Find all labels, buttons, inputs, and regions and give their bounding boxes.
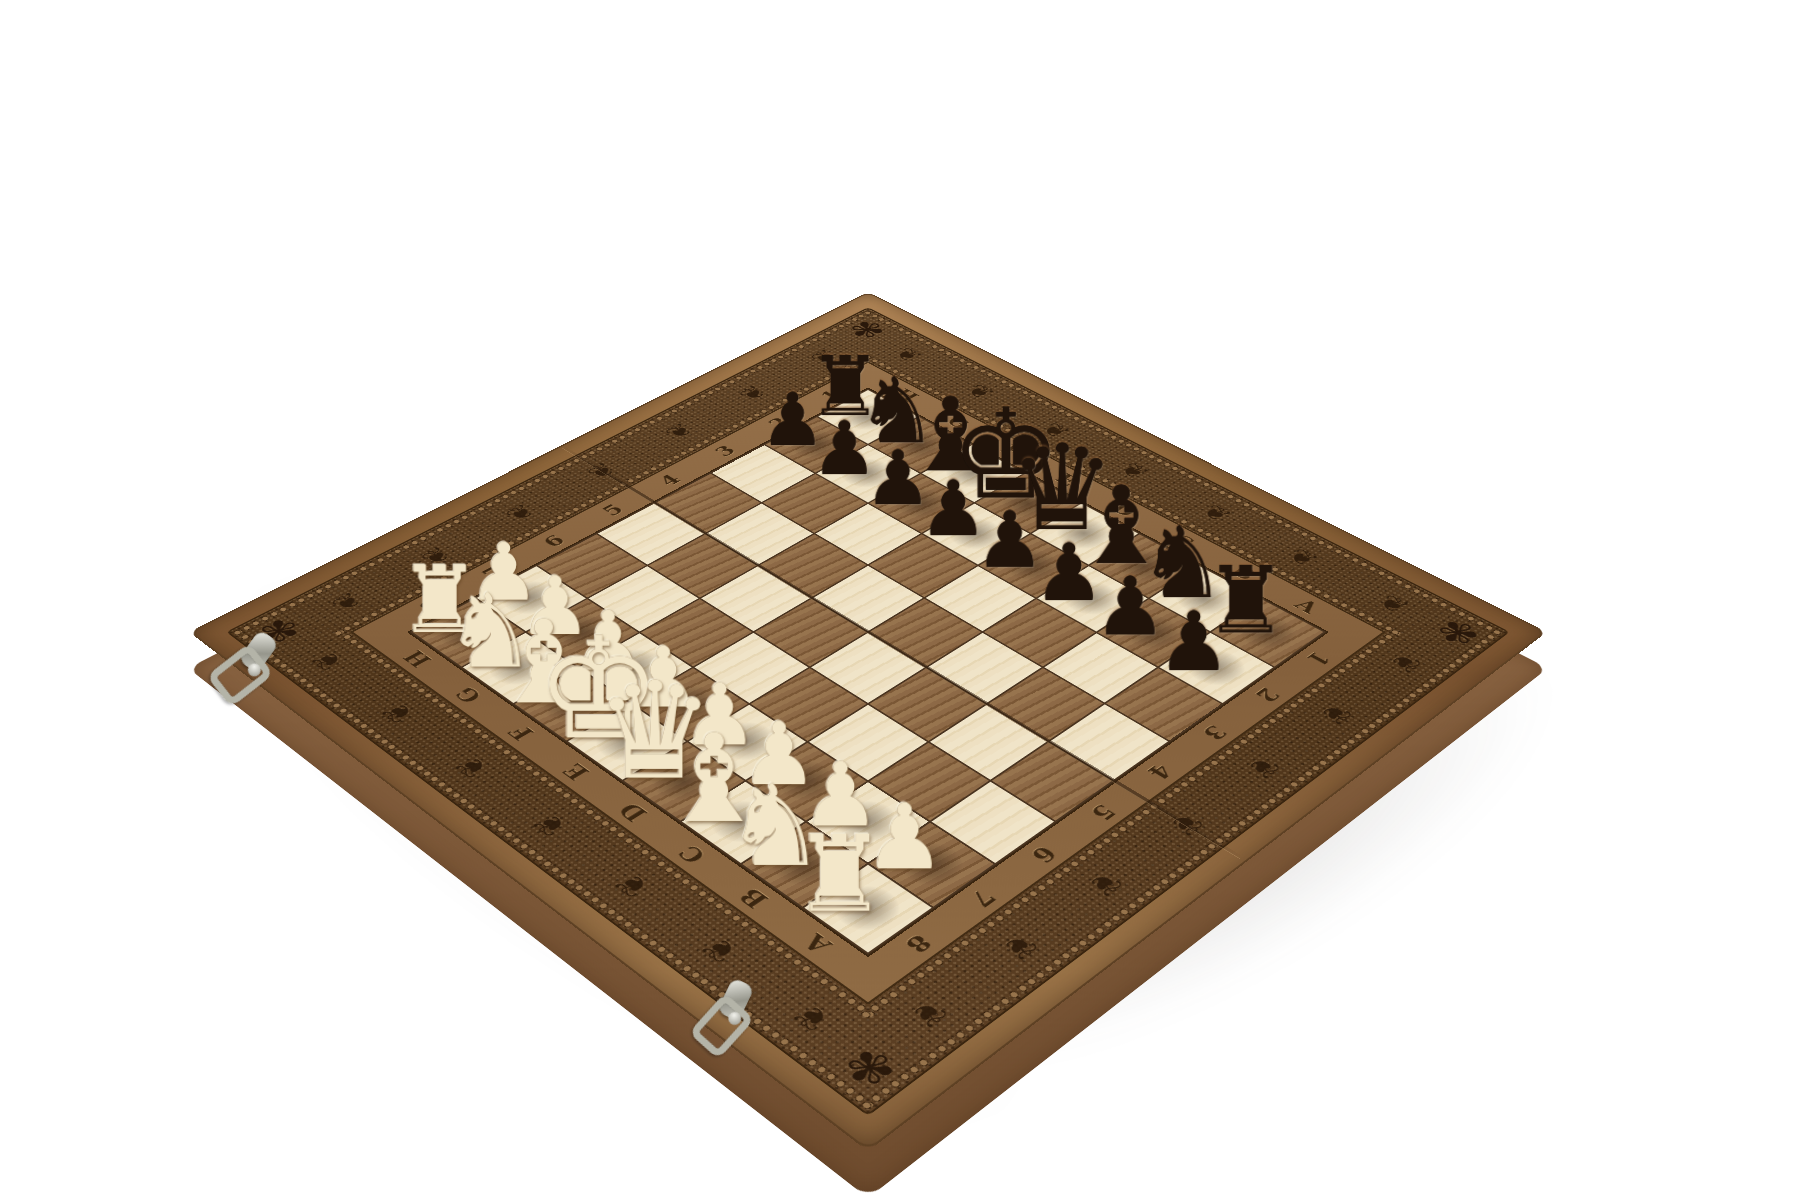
leaf-ornament-icon: ❦ — [991, 928, 1048, 967]
leaf-ornament-icon: ❦ — [1194, 500, 1239, 526]
board-frame: ❦❦❦❦❦❦❦ ❦❦❦❦❦❦❦ ❦❦❦❦❦❦❦ ❦❦❦❦❦❦❦ ✾ ✾ ✾ ✾ … — [189, 292, 1547, 1151]
scene: ❦❦❦❦❦❦❦ ❦❦❦❦❦❦❦ ❦❦❦❦❦❦❦ ❦❦❦❦❦❦❦ ✾ ✾ ✾ ✾ … — [0, 0, 1799, 1200]
chess-board-3d: ❦❦❦❦❦❦❦ ❦❦❦❦❦❦❦ ❦❦❦❦❦❦❦ ❦❦❦❦❦❦❦ ✾ ✾ ✾ ✾ … — [189, 292, 1547, 1151]
square-a4[interactable] — [1050, 705, 1168, 780]
leaf-ornament-icon: ❦ — [523, 807, 577, 842]
piece-white-rook[interactable]: ♜ — [792, 822, 887, 928]
pomegranate-ornament-icon: ✾ — [828, 1038, 911, 1099]
leaf-ornament-icon: ❦ — [783, 997, 841, 1039]
leaf-ornament-icon: ❦ — [372, 697, 424, 729]
leaf-ornament-icon: ❦ — [732, 382, 774, 405]
leaf-ornament-icon: ❦ — [324, 588, 370, 616]
leaf-ornament-icon: ❦ — [1380, 648, 1431, 678]
leaf-ornament-icon: ❦ — [580, 459, 624, 484]
leaf-ornament-icon: ❦ — [1112, 459, 1156, 484]
leaf-ornament-icon: ❦ — [1237, 751, 1290, 785]
leaf-ornament-icon: ❦ — [887, 344, 929, 366]
leaf-ornament-icon: ❦ — [900, 994, 958, 1036]
piece-black-pawn[interactable]: ♟ — [1094, 567, 1166, 648]
leaf-ornament-icon: ❦ — [1310, 699, 1362, 731]
leaf-ornament-icon: ❦ — [605, 867, 660, 904]
leaf-ornament-icon: ❦ — [1034, 419, 1077, 443]
leaf-ornament-icon: ❦ — [1370, 590, 1416, 619]
photo-backdrop: ❦❦❦❦❦❦❦ ❦❦❦❦❦❦❦ ❦❦❦❦❦❦❦ ❦❦❦❦❦❦❦ ✾ ✾ ✾ ✾ … — [0, 0, 1799, 1200]
leaf-ornament-icon: ❦ — [691, 930, 748, 970]
leaf-ornament-icon: ❦ — [445, 751, 498, 784]
leaf-ornament-icon: ❦ — [302, 646, 353, 676]
leaf-ornament-icon: ❦ — [959, 380, 1001, 403]
piece-black-pawn[interactable]: ♟ — [1157, 601, 1231, 683]
pomegranate-ornament-icon: ✾ — [1425, 612, 1491, 653]
leaf-ornament-icon: ❦ — [1078, 866, 1133, 903]
